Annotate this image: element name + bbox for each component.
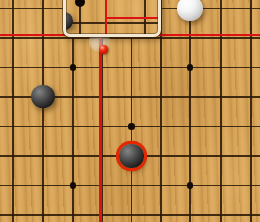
magnifier-grid-hline bbox=[63, 22, 162, 24]
magnifier-window bbox=[63, 0, 162, 37]
go-board[interactable] bbox=[0, 0, 260, 222]
touch-indicator-ball bbox=[99, 45, 108, 54]
star-point bbox=[187, 64, 193, 70]
black-stone bbox=[119, 144, 143, 168]
star-point bbox=[128, 123, 134, 129]
star-point bbox=[187, 182, 193, 188]
magnifier-top-black-dot bbox=[75, 0, 85, 7]
magnifier-crosshair-horizontal-line bbox=[106, 17, 161, 19]
black-stone bbox=[31, 85, 55, 109]
star-point bbox=[70, 182, 76, 188]
magnifier-clipped-black-stone bbox=[63, 12, 73, 30]
white-stone bbox=[177, 0, 202, 21]
star-point bbox=[70, 64, 76, 70]
